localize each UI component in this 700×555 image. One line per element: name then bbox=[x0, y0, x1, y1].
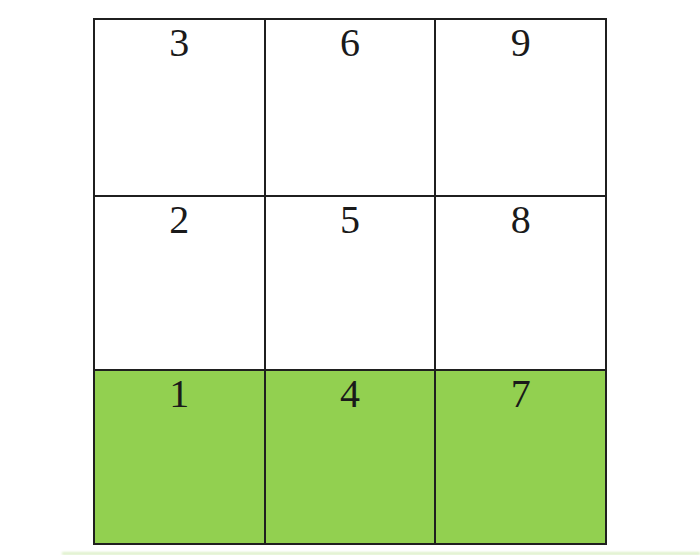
cell-r1c2[interactable]: 6 bbox=[266, 20, 435, 195]
cell-number-r3c2: 4 bbox=[340, 373, 360, 415]
number-grid-board: 3 6 9 2 5 8 1 4 7 bbox=[93, 18, 607, 545]
cell-number-r2c1: 2 bbox=[169, 199, 189, 241]
cell-number-r3c1: 1 bbox=[169, 373, 189, 415]
cell-r3c1[interactable]: 1 bbox=[95, 371, 264, 543]
cell-r2c3[interactable]: 8 bbox=[436, 197, 605, 369]
cell-r2c2[interactable]: 5 bbox=[266, 197, 435, 369]
cell-number-r1c2: 6 bbox=[340, 22, 360, 64]
cell-r1c1[interactable]: 3 bbox=[95, 20, 264, 195]
cell-r3c3[interactable]: 7 bbox=[436, 371, 605, 543]
cell-r2c1[interactable]: 2 bbox=[95, 197, 264, 369]
cell-number-r1c1: 3 bbox=[169, 22, 189, 64]
cell-r3c2[interactable]: 4 bbox=[266, 371, 435, 543]
cell-r1c3[interactable]: 9 bbox=[436, 20, 605, 195]
page-background: 3 6 9 2 5 8 1 4 7 bbox=[0, 0, 700, 555]
cell-number-r2c3: 8 bbox=[511, 199, 531, 241]
cell-number-r2c2: 5 bbox=[340, 199, 360, 241]
cell-number-r3c3: 7 bbox=[511, 373, 531, 415]
cell-number-r1c3: 9 bbox=[511, 22, 531, 64]
